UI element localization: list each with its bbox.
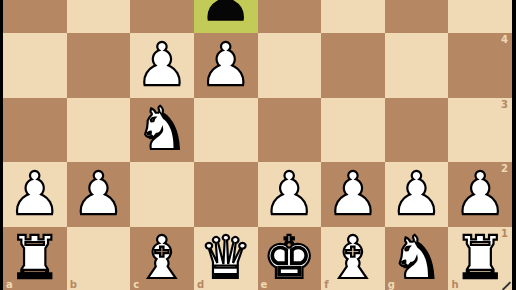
file-label-b: b: [70, 280, 77, 290]
rank-label-4: 4: [501, 35, 508, 45]
square-c1[interactable]: ♝c: [130, 227, 194, 290]
white-knight[interactable]: ♞: [136, 99, 189, 158]
square-d4[interactable]: ♟: [194, 33, 258, 98]
white-pawn[interactable]: ♟: [390, 164, 443, 223]
square-f4[interactable]: [321, 33, 385, 98]
square-c2[interactable]: [130, 162, 194, 227]
square-f2[interactable]: ♟: [321, 162, 385, 227]
square-e2[interactable]: ♟: [258, 162, 322, 227]
chess-board: 876♟5♟♟4♞3♟♟♟♟♟♟2♜ab♝c♛d♚e♝f♞g♜1h: [3, 0, 512, 290]
white-knight[interactable]: ♞: [390, 228, 443, 287]
white-rook[interactable]: ♜: [454, 228, 507, 287]
file-label-g: g: [388, 280, 395, 290]
square-h1[interactable]: ♜1h: [448, 227, 512, 290]
square-c5[interactable]: [130, 0, 194, 33]
square-f1[interactable]: ♝f: [321, 227, 385, 290]
rank-label-2: 2: [501, 164, 508, 174]
file-label-c: c: [133, 280, 139, 290]
white-rook[interactable]: ♜: [8, 228, 61, 287]
white-pawn[interactable]: ♟: [199, 35, 252, 94]
white-pawn[interactable]: ♟: [454, 164, 507, 223]
square-e5[interactable]: [258, 0, 322, 33]
square-a5[interactable]: [3, 0, 67, 33]
square-g2[interactable]: ♟: [385, 162, 449, 227]
square-c4[interactable]: ♟: [130, 33, 194, 98]
file-label-d: d: [197, 280, 204, 290]
rank-label-1: 1: [501, 229, 508, 239]
white-pawn[interactable]: ♟: [136, 35, 189, 94]
square-d1[interactable]: ♛d: [194, 227, 258, 290]
file-label-a: a: [6, 280, 13, 290]
file-label-f: f: [324, 280, 328, 290]
square-e1[interactable]: ♚e: [258, 227, 322, 290]
black-pawn[interactable]: ♟: [199, 0, 252, 29]
rank-label-3: 3: [501, 100, 508, 110]
square-c3[interactable]: ♞: [130, 98, 194, 163]
square-b3[interactable]: [67, 98, 131, 163]
square-b1[interactable]: b: [67, 227, 131, 290]
square-g5[interactable]: [385, 0, 449, 33]
white-pawn[interactable]: ♟: [326, 164, 379, 223]
square-d3[interactable]: [194, 98, 258, 163]
white-pawn[interactable]: ♟: [263, 164, 316, 223]
square-f5[interactable]: [321, 0, 385, 33]
square-h2[interactable]: ♟2: [448, 162, 512, 227]
square-g4[interactable]: [385, 33, 449, 98]
square-g3[interactable]: [385, 98, 449, 163]
app-window: 876♟5♟♟4♞3♟♟♟♟♟♟2♜ab♝c♛d♚e♝f♞g♜1h: [0, 0, 516, 290]
square-e3[interactable]: [258, 98, 322, 163]
white-king[interactable]: ♚: [263, 228, 316, 287]
square-f3[interactable]: [321, 98, 385, 163]
white-bishop[interactable]: ♝: [326, 228, 379, 287]
white-pawn[interactable]: ♟: [8, 164, 61, 223]
white-pawn[interactable]: ♟: [72, 164, 125, 223]
square-b2[interactable]: ♟: [67, 162, 131, 227]
square-g1[interactable]: ♞g: [385, 227, 449, 290]
file-label-e: e: [261, 280, 268, 290]
square-a3[interactable]: [3, 98, 67, 163]
square-d2[interactable]: [194, 162, 258, 227]
square-a2[interactable]: ♟: [3, 162, 67, 227]
file-label-h: h: [451, 280, 458, 290]
white-queen[interactable]: ♛: [199, 228, 252, 287]
square-e4[interactable]: [258, 33, 322, 98]
white-bishop[interactable]: ♝: [136, 228, 189, 287]
square-h4[interactable]: 4: [448, 33, 512, 98]
square-d5[interactable]: ♟: [194, 0, 258, 33]
square-h5[interactable]: 5: [448, 0, 512, 33]
square-b4[interactable]: [67, 33, 131, 98]
square-b5[interactable]: [67, 0, 131, 33]
square-a4[interactable]: [3, 33, 67, 98]
square-h3[interactable]: 3: [448, 98, 512, 163]
square-a1[interactable]: ♜a: [3, 227, 67, 290]
